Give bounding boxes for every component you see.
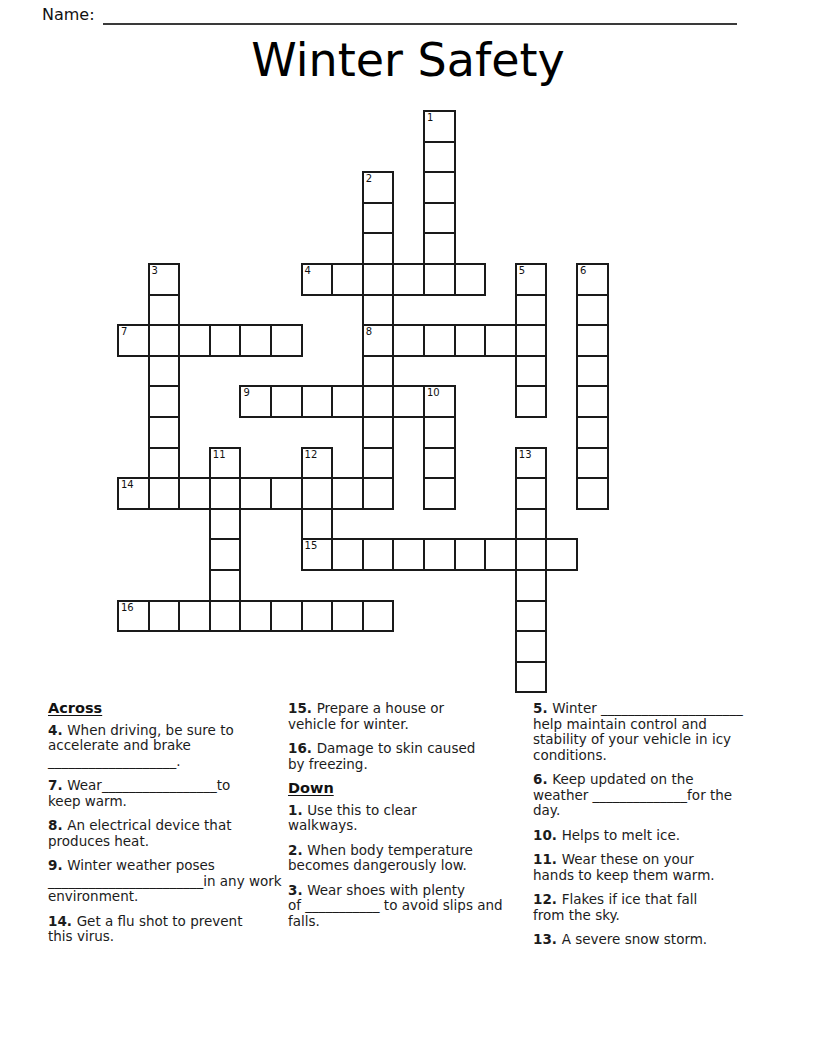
grid-cell[interactable]: [392, 263, 425, 296]
grid-cell[interactable]: [515, 324, 548, 357]
grid-cell[interactable]: [423, 416, 456, 449]
grid-cell[interactable]: [270, 477, 303, 510]
name-row: Name:: [42, 4, 737, 25]
clue-across-7: 7. Wear_________________to keep warm.: [48, 778, 286, 809]
grid-cell[interactable]: [484, 538, 517, 571]
grid-cell[interactable]: 4: [301, 263, 334, 296]
clue-number: 2: [366, 173, 372, 184]
grid-cell[interactable]: [209, 538, 242, 571]
grid-cell[interactable]: [362, 355, 395, 388]
name-label: Name:: [42, 5, 103, 25]
clue-across-4: 4. When driving, be sure to accelerate a…: [48, 723, 286, 770]
grid-cell[interactable]: 13: [515, 447, 548, 480]
grid-cell[interactable]: [423, 477, 456, 510]
grid-cell[interactable]: [362, 600, 395, 633]
grid-cell[interactable]: [576, 355, 609, 388]
grid-cell[interactable]: [362, 232, 395, 265]
clue-down-2: 2. When body temperature becomes dangero…: [288, 843, 531, 874]
grid-cell[interactable]: [454, 263, 487, 296]
clues-column-middle: 15. Prepare a house or vehicle for winte…: [288, 701, 531, 938]
grid-cell[interactable]: [362, 263, 395, 296]
grid-cell[interactable]: 7: [117, 324, 150, 357]
grid-cell[interactable]: [515, 569, 548, 602]
grid-cell[interactable]: [270, 324, 303, 357]
grid-cell[interactable]: [423, 171, 456, 204]
clue-number-label: 7.: [48, 777, 67, 793]
clue-number-label: 8.: [48, 817, 67, 833]
grid-cell[interactable]: 14: [117, 477, 150, 510]
clue-number-label: 14.: [48, 913, 77, 929]
grid-cell[interactable]: [423, 538, 456, 571]
clue-down-3: 3. Wear shoes with plenty of ___________…: [288, 883, 531, 930]
grid-cell[interactable]: [331, 385, 364, 418]
grid-cell[interactable]: [239, 477, 272, 510]
grid-cell[interactable]: 6: [576, 263, 609, 296]
grid-cell[interactable]: [423, 202, 456, 235]
clue-number-label: 3.: [288, 882, 307, 898]
grid-cell[interactable]: [148, 416, 181, 449]
grid-cell[interactable]: [454, 538, 487, 571]
clue-number-label: 1.: [288, 802, 307, 818]
grid-cell[interactable]: [515, 661, 548, 694]
grid-cell[interactable]: [178, 600, 211, 633]
grid-cell[interactable]: [362, 416, 395, 449]
grid-cell[interactable]: 8: [362, 324, 395, 357]
grid-cell[interactable]: 15: [301, 538, 334, 571]
clue-number: 10: [427, 387, 440, 398]
grid-cell[interactable]: [392, 385, 425, 418]
grid-cell[interactable]: [576, 447, 609, 480]
clue-text: A severe snow storm.: [562, 931, 708, 947]
clue-number-label: 15.: [288, 700, 317, 716]
clue-text: Wear_________________to keep warm.: [48, 777, 230, 809]
grid-cell[interactable]: [515, 355, 548, 388]
grid-cell[interactable]: [423, 263, 456, 296]
grid-cell[interactable]: [423, 232, 456, 265]
clue-text: Get a flu shot to prevent this virus.: [48, 913, 242, 945]
grid-cell[interactable]: 10: [423, 385, 456, 418]
grid-cell[interactable]: [148, 294, 181, 327]
grid-cell[interactable]: [301, 385, 334, 418]
grid-cell[interactable]: [148, 355, 181, 388]
grid-cell[interactable]: [454, 324, 487, 357]
grid-cell[interactable]: [576, 385, 609, 418]
clue-text: Winter weather poses ___________________…: [48, 857, 282, 904]
clue-text: An electrical device that produces heat.: [48, 817, 231, 849]
grid-cell[interactable]: [331, 538, 364, 571]
grid-cell[interactable]: [148, 385, 181, 418]
grid-cell[interactable]: 9: [239, 385, 272, 418]
clue-number-label: 16.: [288, 740, 317, 756]
grid-cell[interactable]: [515, 538, 548, 571]
clue-down-10: 10. Helps to melt ice.: [533, 828, 789, 844]
grid-cell[interactable]: [362, 477, 395, 510]
clue-text: When body temperature becomes dangerousl…: [288, 842, 473, 874]
grid-cell[interactable]: [515, 477, 548, 510]
grid-cell[interactable]: [239, 324, 272, 357]
grid-cell[interactable]: [362, 538, 395, 571]
grid-cell[interactable]: [148, 600, 181, 633]
grid-cell[interactable]: [362, 202, 395, 235]
name-blank-line[interactable]: [103, 3, 737, 25]
clue-number: 16: [121, 602, 134, 613]
grid-cell[interactable]: [148, 324, 181, 357]
clue-across-9: 9. Winter weather poses ________________…: [48, 858, 286, 905]
grid-cell[interactable]: [576, 294, 609, 327]
grid-cell[interactable]: [331, 477, 364, 510]
grid-cell[interactable]: [331, 263, 364, 296]
grid-cell[interactable]: [576, 416, 609, 449]
clue-number: 1: [427, 112, 433, 123]
clue-number: 5: [519, 265, 525, 276]
clue-down-6: 6. Keep updated on the weather _________…: [533, 772, 789, 819]
grid-cell[interactable]: 1: [423, 110, 456, 143]
grid-cell[interactable]: 2: [362, 171, 395, 204]
grid-cell[interactable]: [239, 600, 272, 633]
grid-cell[interactable]: [178, 477, 211, 510]
grid-cell[interactable]: [209, 477, 242, 510]
grid-cell[interactable]: 16: [117, 600, 150, 633]
clue-across-8: 8. An electrical device that produces he…: [48, 818, 286, 849]
grid-cell[interactable]: [178, 324, 211, 357]
grid-cell[interactable]: [515, 600, 548, 633]
clue-number: 7: [121, 326, 127, 337]
grid-cell[interactable]: [148, 477, 181, 510]
grid-cell[interactable]: [209, 600, 242, 633]
clue-number: 6: [580, 265, 586, 276]
clue-text: Winter _____________________ help mainta…: [533, 700, 743, 763]
grid-cell[interactable]: [423, 141, 456, 174]
clue-number: 14: [121, 479, 134, 490]
clue-text: When driving, be sure to accelerate and …: [48, 722, 234, 769]
clue-number-label: 11.: [533, 851, 562, 867]
clue-number-label: 9.: [48, 857, 67, 873]
clue-number: 13: [519, 449, 532, 460]
grid-cell[interactable]: [301, 508, 334, 541]
puzzle-title: Winter Safety: [0, 34, 816, 86]
clue-number-label: 2.: [288, 842, 307, 858]
clue-down-13: 13. A severe snow storm.: [533, 932, 789, 948]
clue-across-14: 14. Get a flu shot to prevent this virus…: [48, 914, 286, 945]
grid-cell[interactable]: [362, 385, 395, 418]
clue-down-12: 12. Flakes if ice that fall from the sky…: [533, 892, 789, 923]
grid-cell[interactable]: [576, 477, 609, 510]
grid-cell[interactable]: [515, 385, 548, 418]
clue-number: 9: [243, 387, 249, 398]
clues-header-down: Down: [288, 781, 531, 797]
grid-cell[interactable]: [576, 324, 609, 357]
grid-cell[interactable]: 3: [148, 263, 181, 296]
grid-cell[interactable]: [270, 600, 303, 633]
grid-cell[interactable]: [515, 508, 548, 541]
clue-across-16: 16. Damage to skin caused by freezing.: [288, 741, 531, 772]
grid-cell[interactable]: [148, 447, 181, 480]
clue-number: 3: [152, 265, 158, 276]
clue-down-11: 11. Wear these on your hands to keep the…: [533, 852, 789, 883]
clue-text: Helps to melt ice.: [562, 827, 681, 843]
clue-text: Damage to skin caused by freezing.: [288, 740, 475, 772]
grid-cell[interactable]: [484, 324, 517, 357]
clue-across-15: 15. Prepare a house or vehicle for winte…: [288, 701, 531, 732]
grid-cell[interactable]: [545, 538, 578, 571]
clue-number: 4: [305, 265, 311, 276]
clue-number-label: 10.: [533, 827, 562, 843]
clue-text: Use this to clear walkways.: [288, 802, 417, 834]
grid-cell[interactable]: [515, 294, 548, 327]
clue-text: Keep updated on the weather ____________…: [533, 771, 732, 818]
worksheet-page: Name: Winter Safety 12345678910111213141…: [0, 0, 816, 1056]
grid-cell[interactable]: [515, 630, 548, 663]
clues-column-right: 5. Winter _____________________ help mai…: [533, 701, 789, 957]
clue-number-label: 6.: [533, 771, 552, 787]
clue-down-1: 1. Use this to clear walkways.: [288, 803, 531, 834]
clue-number: 8: [366, 326, 372, 337]
clue-number-label: 5.: [533, 700, 552, 716]
grid-cell[interactable]: [270, 385, 303, 418]
grid-cell[interactable]: [209, 569, 242, 602]
grid-cell[interactable]: [331, 600, 364, 633]
grid-cell[interactable]: 5: [515, 263, 548, 296]
clue-text: Wear shoes with plenty of ___________ to…: [288, 882, 503, 929]
clues-column-left: Across4. When driving, be sure to accele…: [48, 701, 286, 954]
grid-cell[interactable]: [392, 324, 425, 357]
clue-down-5: 5. Winter _____________________ help mai…: [533, 701, 789, 763]
grid-cell[interactable]: [423, 324, 456, 357]
clue-number: 15: [305, 540, 318, 551]
clue-number-label: 4.: [48, 722, 67, 738]
grid-cell[interactable]: [362, 447, 395, 480]
grid-cell[interactable]: [362, 294, 395, 327]
grid-cell[interactable]: [209, 508, 242, 541]
clue-number: 11: [213, 449, 226, 460]
clue-number: 12: [305, 449, 318, 460]
grid-cell[interactable]: [392, 538, 425, 571]
clue-number-label: 13.: [533, 931, 562, 947]
grid-cell[interactable]: 12: [301, 447, 334, 480]
clues-header-across: Across: [48, 701, 286, 717]
grid-cell[interactable]: [209, 324, 242, 357]
grid-cell[interactable]: [301, 600, 334, 633]
grid-cell[interactable]: [301, 477, 334, 510]
clue-number-label: 12.: [533, 891, 562, 907]
grid-cell[interactable]: 11: [209, 447, 242, 480]
grid-cell[interactable]: [423, 447, 456, 480]
